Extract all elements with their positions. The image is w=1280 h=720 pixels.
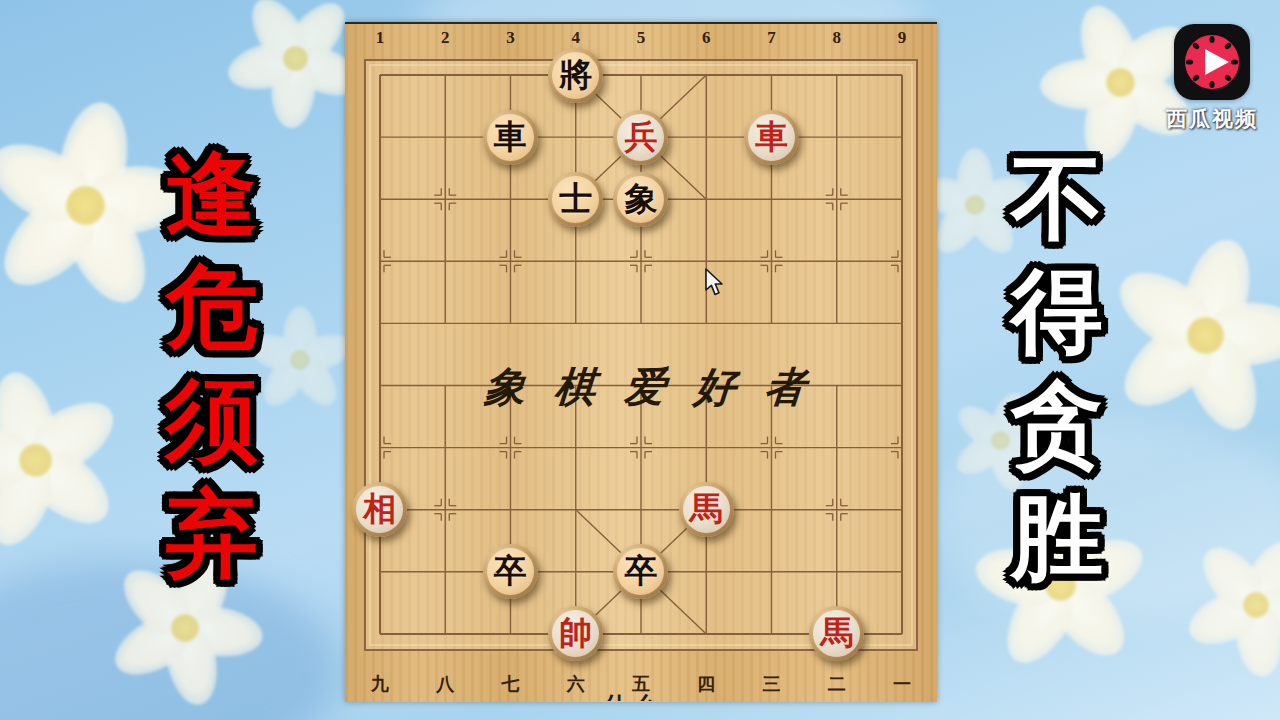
- piece-black-soldier-2[interactable]: 卒: [613, 544, 668, 599]
- flower-decoration: [0, 368, 127, 552]
- xiangqi-board[interactable]: 123456789 九八七六五四三二一 象棋爱好者 將車兵車士象相馬卒卒帥馬: [345, 22, 937, 702]
- intersection-8-10: 馬: [804, 603, 869, 665]
- flower-petal: [0, 427, 36, 489]
- flower-core: [988, 428, 1012, 452]
- flower-core: [63, 183, 108, 228]
- piece-black-elephant[interactable]: 象: [613, 172, 668, 227]
- flower-petal: [19, 387, 126, 484]
- xigua-label: 西瓜视频: [1160, 105, 1264, 133]
- piece-glyph: 車: [755, 120, 788, 153]
- piece-glyph: 卒: [624, 554, 657, 587]
- piece-face: 馬: [683, 486, 730, 533]
- piece-red-general[interactable]: 帥: [548, 606, 603, 661]
- caption-char: 胜: [1011, 481, 1103, 594]
- xigua-logo-icon: [1174, 24, 1250, 100]
- flower-petal: [1038, 56, 1121, 110]
- flower-core: [15, 440, 55, 480]
- piece-glyph: 兵: [624, 120, 657, 153]
- flower-petal: [1191, 536, 1273, 620]
- flower-petal: [1181, 584, 1265, 655]
- flower-decoration: [0, 104, 186, 307]
- piece-glyph: 卒: [494, 554, 527, 587]
- flower-core: [1101, 63, 1139, 101]
- flower-petal: [0, 181, 108, 302]
- intersection-5-9: 卒: [608, 541, 673, 603]
- file-label-bottom-7: 三: [759, 672, 785, 696]
- intersection-4-10: 帥: [543, 603, 608, 665]
- piece-red-horse-2[interactable]: 馬: [809, 606, 864, 661]
- piece-glyph: 馬: [820, 616, 853, 649]
- piece-face: 象: [617, 176, 664, 223]
- caption-char: 不: [1011, 142, 1103, 255]
- intersection-4-1: 將: [543, 44, 608, 106]
- file-label-bottom-3: 七: [498, 672, 524, 696]
- caption-char: 得: [1011, 255, 1103, 368]
- piece-grid: 將車兵車士象相馬卒卒帥馬: [347, 44, 935, 665]
- file-label-bottom-2: 八: [432, 672, 458, 696]
- flower-petal: [268, 56, 316, 128]
- piece-face: 卒: [487, 548, 534, 595]
- piece-face: 卒: [617, 548, 664, 595]
- flower-core: [965, 195, 986, 216]
- flower-petal: [161, 623, 224, 709]
- flower-petal: [0, 366, 63, 468]
- flower-petal: [1176, 324, 1270, 439]
- piece-black-chariot[interactable]: 車: [483, 110, 538, 165]
- piece-glyph: 帥: [559, 616, 592, 649]
- file-label-bottom-1: 九: [367, 672, 393, 696]
- piece-red-horse-1[interactable]: 馬: [679, 482, 734, 537]
- intersection-1-8: 相: [347, 479, 412, 541]
- caption-left: 逢危须弃: [166, 138, 258, 590]
- intersection-5-2: 兵: [608, 106, 673, 168]
- intersection-5-3: 象: [608, 168, 673, 230]
- flower-core: [1183, 313, 1227, 357]
- flower-petal: [1068, 0, 1144, 91]
- piece-red-chariot[interactable]: 車: [744, 110, 799, 165]
- piece-glyph: 士: [559, 182, 592, 215]
- flower-petal: [0, 450, 62, 554]
- flower-core: [290, 350, 310, 370]
- piece-face: 將: [552, 52, 599, 99]
- flower-decoration: [928, 158, 1023, 253]
- video-frame: { "game": "xiangqi", "position": { "fen"…: [0, 0, 1280, 720]
- file-label-bottom-8: 二: [824, 672, 850, 696]
- intersection-3-2: 車: [478, 106, 543, 168]
- piece-face: 相: [356, 486, 403, 533]
- piece-glyph: 車: [494, 120, 527, 153]
- piece-glyph: 象: [624, 182, 657, 215]
- subtitle-fragment: 什么: [604, 694, 674, 701]
- flower-decoration: [255, 315, 345, 405]
- caption-char: 弃: [166, 477, 258, 590]
- flower-petal: [286, 350, 345, 414]
- file-label-bottom-9: 一: [889, 672, 915, 696]
- piece-black-general[interactable]: 將: [548, 48, 603, 103]
- sky-highlight-2: [930, 420, 1280, 620]
- caption-char: 危: [166, 251, 258, 364]
- caption-char: 贪: [1011, 368, 1103, 481]
- flower-petal: [1236, 531, 1280, 616]
- piece-black-soldier-1[interactable]: 卒: [483, 544, 538, 599]
- piece-red-soldier[interactable]: 兵: [613, 110, 668, 165]
- flower-petal: [1233, 603, 1280, 679]
- flower-petal: [0, 126, 101, 234]
- file-label-bottom-4: 六: [563, 672, 589, 696]
- flower-petal: [949, 427, 1009, 482]
- intersection-3-9: 卒: [478, 541, 543, 603]
- file-label-bottom-5: 五: [628, 672, 654, 696]
- intersection-7-2: 車: [739, 106, 804, 168]
- piece-black-advisor[interactable]: 士: [548, 172, 603, 227]
- file-label-bottom-6: 四: [693, 672, 719, 696]
- flower-core: [166, 609, 204, 647]
- flower-core: [277, 40, 313, 76]
- flower-decoration: [1174, 523, 1280, 687]
- piece-face: 兵: [617, 114, 664, 161]
- flower-petal: [950, 396, 1010, 453]
- caption-char: 逢: [166, 138, 258, 251]
- caption-char: 须: [166, 364, 258, 477]
- mouse-cursor: [705, 268, 727, 298]
- piece-red-elephant[interactable]: 相: [352, 482, 407, 537]
- flower-petal: [957, 148, 993, 205]
- flower-core: [1238, 587, 1274, 623]
- intersection-4-3: 士: [543, 168, 608, 230]
- piece-face: 馬: [813, 610, 860, 657]
- flower-petal: [55, 190, 161, 314]
- flower-petal: [240, 0, 314, 70]
- flower-petal: [1108, 311, 1224, 422]
- flower-petal: [254, 350, 313, 414]
- flower-petal: [1105, 255, 1222, 361]
- piece-glyph: 將: [559, 58, 592, 91]
- flower-petal: [182, 603, 265, 662]
- flower-petal: [17, 438, 123, 539]
- flower-petal: [52, 96, 136, 211]
- caption-right: 不得贪胜: [1011, 142, 1103, 594]
- piece-face: 帥: [552, 610, 599, 657]
- piece-face: 士: [552, 176, 599, 223]
- flower-petal: [1175, 231, 1261, 343]
- flower-petal: [1251, 583, 1280, 643]
- piece-glyph: 相: [363, 492, 396, 525]
- piece-glyph: 馬: [690, 492, 723, 525]
- flower-petal: [223, 37, 301, 96]
- piece-face: 車: [748, 114, 795, 161]
- flower-decoration: [1104, 234, 1280, 436]
- flower-petal: [1203, 299, 1280, 367]
- flower-petal: [105, 606, 197, 687]
- piece-face: 車: [487, 114, 534, 161]
- intersection-6-8: 馬: [674, 479, 739, 541]
- xigua-watermark: 西瓜视频: [1160, 24, 1264, 133]
- flower-petal: [283, 306, 317, 360]
